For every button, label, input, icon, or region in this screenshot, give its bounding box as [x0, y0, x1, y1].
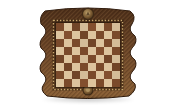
product-photo — [0, 0, 175, 105]
board-square — [96, 31, 104, 39]
chess-board — [39, 4, 137, 100]
board-square — [80, 47, 88, 55]
board-square — [64, 71, 72, 79]
board-square — [56, 39, 64, 47]
board-square — [80, 79, 88, 87]
board-square — [112, 23, 120, 31]
board-square — [72, 79, 80, 87]
board-square — [96, 23, 104, 31]
board-square — [112, 39, 120, 47]
board-square — [56, 55, 64, 63]
board-square — [104, 55, 112, 63]
emblem-medallion-top-icon — [82, 8, 94, 20]
board-square — [80, 63, 88, 71]
board-square — [64, 63, 72, 71]
board-square — [80, 55, 88, 63]
board-square — [64, 79, 72, 87]
board-square — [72, 23, 80, 31]
checkerboard — [56, 23, 120, 87]
board-square — [104, 47, 112, 55]
board-square — [88, 31, 96, 39]
board-square — [56, 23, 64, 31]
board-square — [64, 23, 72, 31]
board-square — [104, 23, 112, 31]
board-square — [104, 31, 112, 39]
board-square — [80, 23, 88, 31]
board-square — [96, 47, 104, 55]
board-square — [64, 47, 72, 55]
board-square — [112, 71, 120, 79]
board-square — [72, 31, 80, 39]
board-square — [72, 63, 80, 71]
board-square — [88, 71, 96, 79]
board-square — [88, 63, 96, 71]
board-square — [88, 47, 96, 55]
board-square — [112, 63, 120, 71]
board-square — [88, 23, 96, 31]
board-square — [72, 39, 80, 47]
board-square — [64, 31, 72, 39]
board-square — [112, 47, 120, 55]
board-square — [80, 31, 88, 39]
board-square — [64, 55, 72, 63]
board-square — [96, 63, 104, 71]
board-square — [104, 79, 112, 87]
board-square — [56, 47, 64, 55]
board-square — [96, 79, 104, 87]
board-square — [104, 71, 112, 79]
board-shadow — [42, 96, 134, 103]
board-square — [96, 39, 104, 47]
board-square — [96, 55, 104, 63]
board-square — [112, 31, 120, 39]
board-square — [112, 55, 120, 63]
board-square — [56, 71, 64, 79]
board-square — [80, 71, 88, 79]
board-square — [88, 39, 96, 47]
board-square — [104, 39, 112, 47]
board-square — [104, 63, 112, 71]
board-square — [80, 39, 88, 47]
board-square — [96, 71, 104, 79]
board-square — [112, 79, 120, 87]
board-square — [88, 55, 96, 63]
board-square — [64, 39, 72, 47]
board-square — [56, 63, 64, 71]
board-square — [72, 47, 80, 55]
board-square — [88, 79, 96, 87]
board-square — [56, 79, 64, 87]
board-square — [56, 31, 64, 39]
board-square — [72, 55, 80, 63]
board-square — [72, 71, 80, 79]
